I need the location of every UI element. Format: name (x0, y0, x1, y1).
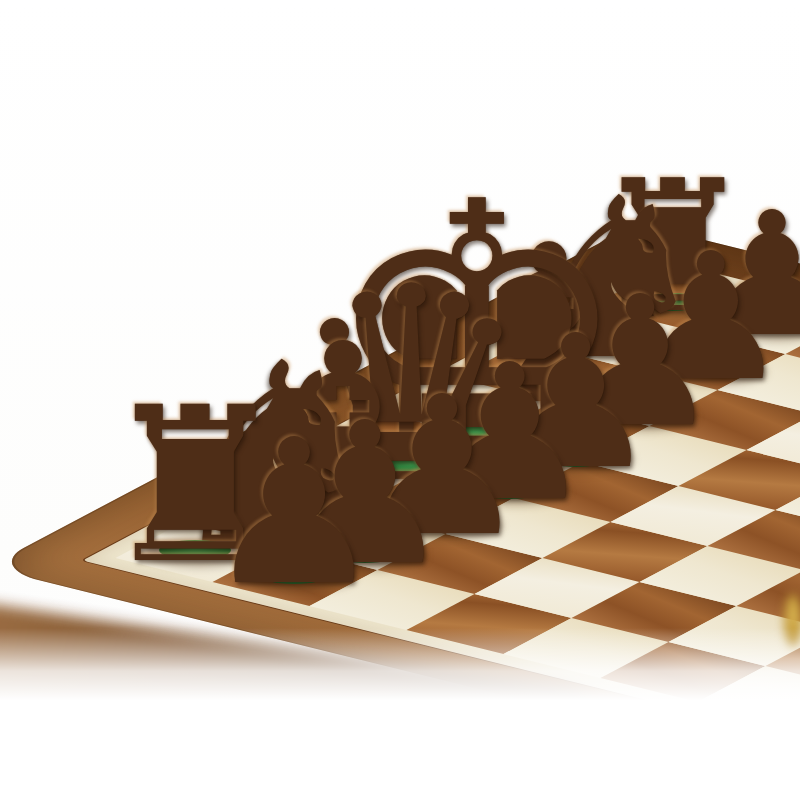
bottom-white-fade (0, 628, 800, 800)
product-photo-scene: ♜♞♝♛♚♝♞♜♟♟♟♟♟♟♟♟ (0, 0, 800, 800)
background-haze (0, 0, 800, 140)
